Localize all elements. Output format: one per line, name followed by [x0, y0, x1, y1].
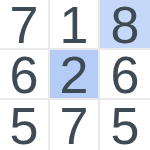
- cell-r3c1[interactable]: 5: [0, 100, 48, 150]
- cell-r1c1[interactable]: 7: [0, 0, 48, 48]
- cell-r1c2[interactable]: 1: [50, 0, 98, 48]
- cell-r2c3[interactable]: 6: [100, 50, 150, 98]
- cell-r3c2[interactable]: 7: [50, 100, 98, 150]
- cell-r3c3[interactable]: 5: [100, 100, 150, 150]
- cell-r1c3-highlighted[interactable]: 8: [100, 0, 150, 48]
- cell-r2c1[interactable]: 6: [0, 50, 48, 98]
- sudoku-board: 7 1 8 6 2 6 5 7 5: [0, 0, 150, 150]
- cell-r2c2-selected[interactable]: 2: [50, 50, 98, 98]
